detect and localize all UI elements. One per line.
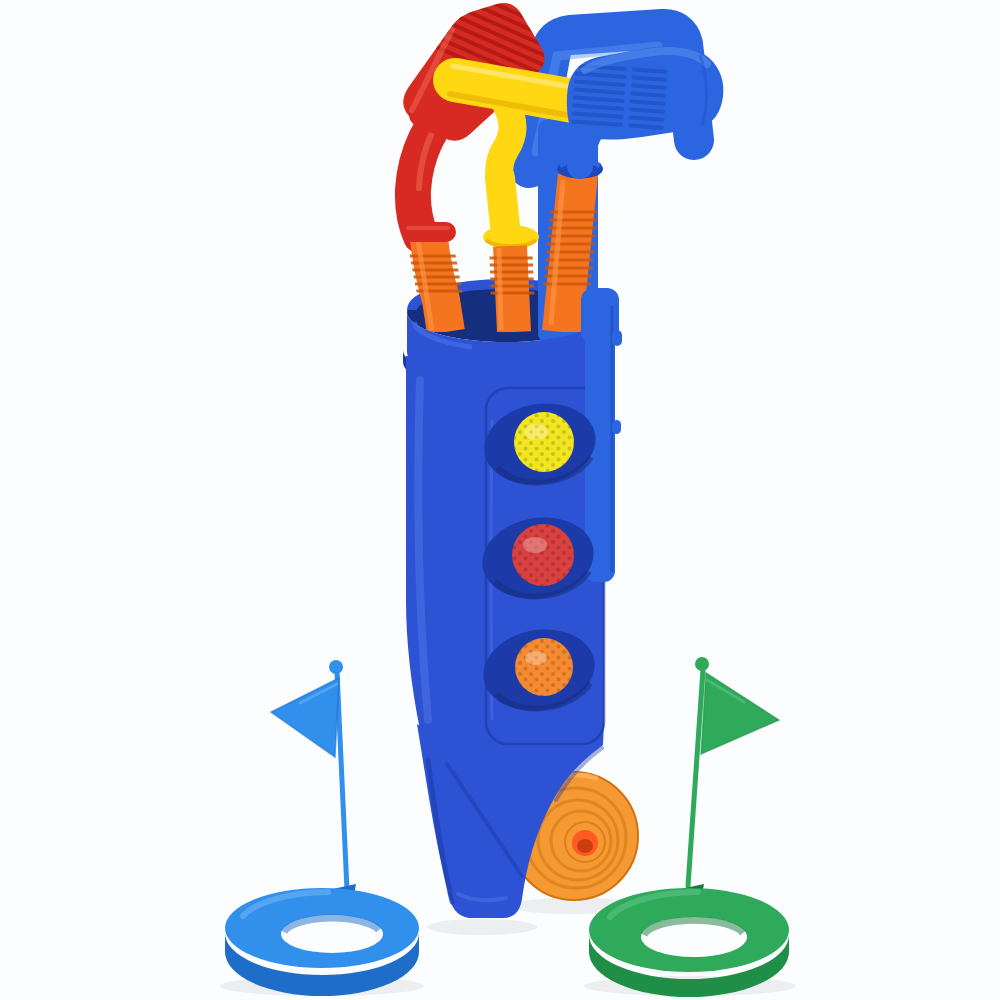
rail-peg [612,330,622,346]
toy-golf-set-illustration [0,0,1000,1000]
red-collar [402,222,456,242]
rail-peg [612,420,621,434]
flag-pole-knob [329,660,343,674]
photo-stage: Children's toy golf set: a royal-blue wh… [0,0,1000,1000]
golf-caddy-bag [403,288,638,918]
flag-pole-knob [695,657,709,671]
